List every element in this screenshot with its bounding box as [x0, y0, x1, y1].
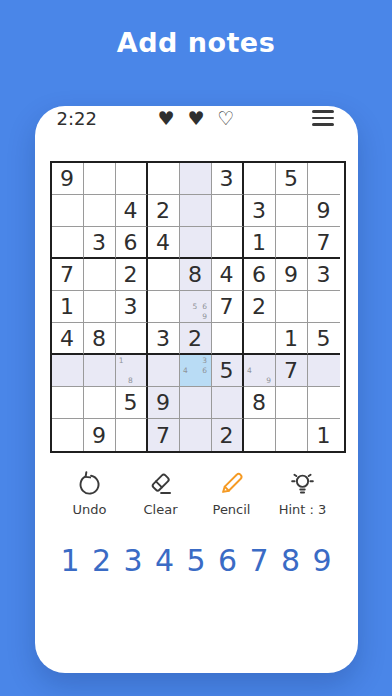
clear-button[interactable]: Clear — [129, 470, 193, 517]
cell-r8c2[interactable] — [84, 387, 116, 419]
cell-r6c6[interactable] — [212, 323, 244, 355]
cell-r4c7[interactable]: 6 — [244, 259, 276, 291]
numpad-5[interactable]: 5 — [186, 543, 205, 578]
cell-r3c4[interactable]: 4 — [148, 227, 180, 259]
cell-notes: 49 — [245, 356, 274, 385]
cell-r4c5[interactable]: 8 — [180, 259, 212, 291]
sudoku-board: 9354239364177284693135697248321518346549… — [50, 161, 346, 453]
menu-bar — [312, 123, 334, 126]
cell-value: 3 — [317, 262, 331, 287]
cell-r8c8[interactable] — [276, 387, 308, 419]
cell-r9c5[interactable] — [180, 419, 212, 451]
undo-icon — [76, 470, 103, 497]
cell-r9c7[interactable] — [244, 419, 276, 451]
pencil-label: Pencil — [213, 502, 251, 517]
cell-r9c8[interactable] — [276, 419, 308, 451]
cell-r1c8[interactable]: 5 — [276, 163, 308, 195]
numpad-3[interactable]: 3 — [123, 543, 142, 578]
cell-value: 2 — [252, 294, 266, 319]
menu-bar — [312, 117, 334, 120]
menu-button[interactable] — [310, 108, 336, 128]
cell-r2c6[interactable] — [212, 195, 244, 227]
cell-value: 7 — [156, 423, 170, 448]
numpad-1[interactable]: 1 — [61, 543, 80, 578]
cell-value: 9 — [156, 390, 170, 415]
cell-value: 2 — [124, 262, 138, 287]
cell-value: 8 — [92, 326, 106, 351]
cell-r4c1[interactable]: 7 — [52, 259, 84, 291]
cell-r3c8[interactable] — [276, 227, 308, 259]
numpad-4[interactable]: 4 — [155, 543, 174, 578]
cell-r9c4[interactable]: 7 — [148, 419, 180, 451]
cell-r2c2[interactable] — [84, 195, 116, 227]
cell-value: 5 — [284, 166, 298, 191]
cell-value: 7 — [60, 262, 74, 287]
cell-value: 5 — [124, 390, 138, 415]
numpad-6[interactable]: 6 — [218, 543, 237, 578]
cell-value: 3 — [252, 198, 266, 223]
game-card: 2:22 ♥ ♥ ♡ 93542393641772846931356972483… — [35, 106, 358, 673]
cell-r6c8[interactable]: 1 — [276, 323, 308, 355]
cell-value: 8 — [252, 390, 266, 415]
cell-value: 4 — [124, 198, 138, 223]
cell-value: 1 — [284, 326, 298, 351]
cell-r4c8[interactable]: 9 — [276, 259, 308, 291]
cell-value: 1 — [317, 423, 331, 448]
cell-r8c3[interactable]: 5 — [116, 387, 148, 419]
numpad-7[interactable]: 7 — [249, 543, 268, 578]
cell-r5c4[interactable] — [148, 291, 180, 323]
cell-r3c9[interactable]: 7 — [308, 227, 340, 259]
cell-r7c2[interactable] — [84, 355, 116, 387]
cell-r8c6[interactable] — [212, 387, 244, 419]
cell-r9c1[interactable] — [52, 419, 84, 451]
numpad-2[interactable]: 2 — [92, 543, 111, 578]
cell-value: 9 — [284, 262, 298, 287]
cell-notes: 346 — [181, 356, 210, 385]
cell-value: 3 — [156, 326, 170, 351]
cell-value: 4 — [220, 262, 234, 287]
cell-r7c4[interactable] — [148, 355, 180, 387]
cell-r1c9[interactable] — [308, 163, 340, 195]
cell-r9c3[interactable] — [116, 419, 148, 451]
undo-label: Undo — [73, 502, 107, 517]
cell-value: 2 — [188, 326, 202, 351]
cell-r4c3[interactable]: 2 — [116, 259, 148, 291]
cell-value: 9 — [92, 423, 106, 448]
cell-r8c7[interactable]: 8 — [244, 387, 276, 419]
cell-r3c7[interactable]: 1 — [244, 227, 276, 259]
cell-r2c8[interactable] — [276, 195, 308, 227]
cell-r4c9[interactable]: 3 — [308, 259, 340, 291]
cell-r1c2[interactable] — [84, 163, 116, 195]
cell-r3c6[interactable] — [212, 227, 244, 259]
pencil-icon — [218, 470, 245, 497]
cell-value: 7 — [284, 358, 298, 383]
cell-r5c8[interactable] — [276, 291, 308, 323]
cell-value: 2 — [156, 198, 170, 223]
cell-value: 1 — [252, 230, 266, 255]
numpad-8[interactable]: 8 — [281, 543, 300, 578]
cell-r5c2[interactable] — [84, 291, 116, 323]
cell-r1c7[interactable] — [244, 163, 276, 195]
clear-label: Clear — [144, 502, 178, 517]
cell-notes: 569 — [181, 292, 210, 321]
cell-r9c9[interactable]: 1 — [308, 419, 340, 451]
cell-value: 6 — [124, 230, 138, 255]
cell-r8c4[interactable]: 9 — [148, 387, 180, 419]
cell-value: 5 — [317, 326, 331, 351]
cell-r6c7[interactable] — [244, 323, 276, 355]
cell-value: 5 — [220, 358, 234, 383]
cell-r5c1[interactable]: 1 — [52, 291, 84, 323]
cell-r9c6[interactable]: 2 — [212, 419, 244, 451]
cell-r3c5[interactable] — [180, 227, 212, 259]
cell-r4c2[interactable] — [84, 259, 116, 291]
numpad-9[interactable]: 9 — [312, 543, 331, 578]
cell-r8c1[interactable] — [52, 387, 84, 419]
cell-r5c6[interactable]: 7 — [212, 291, 244, 323]
game-header: 2:22 ♥ ♥ ♡ — [50, 106, 343, 130]
cell-r1c1[interactable]: 9 — [52, 163, 84, 195]
cell-value: 9 — [60, 166, 74, 191]
cell-value: 4 — [60, 326, 74, 351]
cell-r3c3[interactable]: 6 — [116, 227, 148, 259]
cell-value: 9 — [317, 198, 331, 223]
cell-r1c5[interactable] — [180, 163, 212, 195]
cell-r4c4[interactable] — [148, 259, 180, 291]
cell-r2c1[interactable] — [52, 195, 84, 227]
lives-indicator: ♥ ♥ ♡ — [157, 109, 234, 128]
cell-r5c5[interactable]: 569 — [180, 291, 212, 323]
cell-r7c5[interactable]: 346 — [180, 355, 212, 387]
cell-value: 1 — [60, 294, 74, 319]
cell-r5c9[interactable] — [308, 291, 340, 323]
cell-r7c9[interactable] — [308, 355, 340, 387]
hint-label: Hint : 3 — [279, 502, 327, 517]
cell-r7c3[interactable]: 18 — [116, 355, 148, 387]
cell-value: 6 — [252, 262, 266, 287]
cell-r6c1[interactable]: 4 — [52, 323, 84, 355]
cell-value: 4 — [156, 230, 170, 255]
cell-r2c4[interactable]: 2 — [148, 195, 180, 227]
toolbar: Undo Clear Pencil — [50, 470, 343, 517]
cell-value: 2 — [220, 423, 234, 448]
cell-r4c6[interactable]: 4 — [212, 259, 244, 291]
cell-r3c2[interactable]: 3 — [84, 227, 116, 259]
cell-r8c9[interactable] — [308, 387, 340, 419]
cell-r6c5[interactable]: 2 — [180, 323, 212, 355]
cell-r2c7[interactable]: 3 — [244, 195, 276, 227]
number-pad: 123456789 — [50, 543, 343, 578]
timer: 2:22 — [57, 108, 97, 129]
cell-r7c1[interactable] — [52, 355, 84, 387]
cell-value: 3 — [220, 166, 234, 191]
cell-r2c3[interactable]: 4 — [116, 195, 148, 227]
cell-r6c4[interactable]: 3 — [148, 323, 180, 355]
cell-r7c7[interactable]: 49 — [244, 355, 276, 387]
cell-r8c5[interactable] — [180, 387, 212, 419]
cell-r1c3[interactable] — [116, 163, 148, 195]
cell-r6c9[interactable]: 5 — [308, 323, 340, 355]
cell-notes: 18 — [117, 356, 145, 385]
cell-value: 3 — [92, 230, 106, 255]
cell-r5c3[interactable]: 3 — [116, 291, 148, 323]
pencil-button[interactable]: Pencil — [200, 470, 264, 517]
cell-r3c1[interactable] — [52, 227, 84, 259]
cell-r7c6[interactable]: 5 — [212, 355, 244, 387]
cell-value: 8 — [188, 262, 202, 287]
heart-outline-icon: ♡ — [218, 109, 235, 128]
cell-r5c7[interactable]: 2 — [244, 291, 276, 323]
hint-button[interactable]: Hint : 3 — [271, 470, 335, 517]
cell-r7c8[interactable]: 7 — [276, 355, 308, 387]
cell-r6c2[interactable]: 8 — [84, 323, 116, 355]
cell-r9c2[interactable]: 9 — [84, 419, 116, 451]
lightbulb-icon — [289, 470, 316, 497]
undo-button[interactable]: Undo — [58, 470, 122, 517]
cell-r1c4[interactable] — [148, 163, 180, 195]
eraser-icon — [147, 470, 174, 497]
cell-value: 7 — [220, 294, 234, 319]
heart-filled-icon: ♥ — [187, 109, 204, 128]
cell-r1c6[interactable]: 3 — [212, 163, 244, 195]
heart-filled-icon: ♥ — [157, 109, 174, 128]
cell-r6c3[interactable] — [116, 323, 148, 355]
cell-r2c5[interactable] — [180, 195, 212, 227]
page-title: Add notes — [0, 27, 392, 58]
cell-value: 3 — [124, 294, 138, 319]
cell-r2c9[interactable]: 9 — [308, 195, 340, 227]
cell-value: 7 — [317, 230, 331, 255]
menu-bar — [312, 110, 334, 113]
